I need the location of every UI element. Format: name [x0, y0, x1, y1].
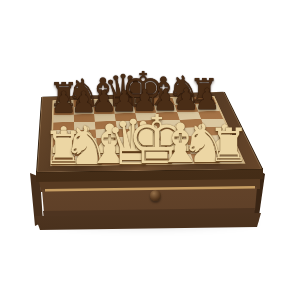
square-b1: [75, 155, 99, 165]
square-c2: [97, 146, 121, 155]
square-c3: [96, 137, 119, 146]
square-f3: [162, 136, 187, 145]
square-h2: [211, 144, 239, 154]
square-h1: [215, 153, 243, 163]
square-f1: [167, 154, 194, 164]
square-e2: [142, 145, 167, 155]
square-h3: [208, 135, 235, 144]
square-d1: [121, 155, 146, 165]
playing-grid: [50, 96, 245, 166]
square-c1: [98, 155, 122, 165]
square-d3: [118, 137, 142, 146]
square-d2: [119, 146, 143, 155]
square-f2: [165, 145, 191, 155]
drawer-knob: [150, 190, 161, 201]
square-a3: [53, 138, 75, 147]
square-b2: [75, 146, 98, 155]
chess-set-photo: ♜♞♝♛♚♝♞♜♟♟♟♟♟♟♟♟♟♟♟♟♟♟♟♟♜♞♝♛♚♝♞♜: [0, 0, 290, 290]
chess-board-frame: [37, 92, 262, 172]
square-g3: [185, 136, 211, 145]
square-e3: [140, 136, 165, 145]
square-e1: [144, 154, 170, 164]
square-a1: [52, 156, 75, 166]
square-a2: [52, 147, 75, 156]
